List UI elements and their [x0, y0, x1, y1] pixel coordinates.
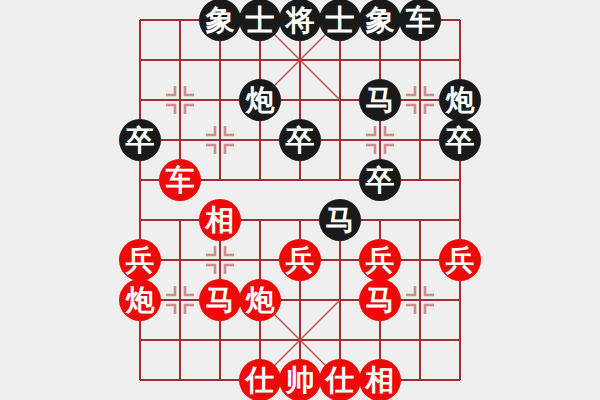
piece-black-cannon[interactable]: 炮	[439, 79, 481, 121]
piece-black-horse[interactable]: 马	[319, 199, 361, 241]
piece-red-advisor[interactable]: 仕	[319, 359, 361, 400]
piece-red-cannon[interactable]: 炮	[239, 279, 281, 321]
piece-black-pawn[interactable]: 卒	[279, 119, 321, 161]
piece-red-pawn[interactable]: 兵	[439, 239, 481, 281]
piece-red-elephant[interactable]: 相	[359, 359, 401, 400]
piece-black-advisor[interactable]: 士	[319, 0, 361, 41]
piece-red-horse[interactable]: 马	[199, 279, 241, 321]
piece-black-pawn[interactable]: 卒	[359, 159, 401, 201]
piece-red-horse[interactable]: 马	[359, 279, 401, 321]
piece-red-pawn[interactable]: 兵	[119, 239, 161, 281]
piece-black-general[interactable]: 将	[279, 0, 321, 41]
pieces-layer: 象士将士象车炮马炮卒卒卒卒马车相兵兵兵兵炮马炮马仕帅仕相	[120, 0, 480, 400]
piece-red-chariot[interactable]: 车	[159, 159, 201, 201]
piece-black-elephant[interactable]: 象	[199, 0, 241, 41]
piece-black-pawn[interactable]: 卒	[119, 119, 161, 161]
piece-black-advisor[interactable]: 士	[239, 0, 281, 41]
piece-red-cannon[interactable]: 炮	[119, 279, 161, 321]
piece-black-horse[interactable]: 马	[359, 79, 401, 121]
piece-red-pawn[interactable]: 兵	[359, 239, 401, 281]
piece-black-cannon[interactable]: 炮	[239, 79, 281, 121]
piece-red-pawn[interactable]: 兵	[279, 239, 321, 281]
xiangqi-board[interactable]: 象士将士象车炮马炮卒卒卒卒马车相兵兵兵兵炮马炮马仕帅仕相	[0, 0, 600, 400]
piece-red-elephant[interactable]: 相	[199, 199, 241, 241]
piece-red-general[interactable]: 帅	[279, 359, 321, 400]
piece-black-pawn[interactable]: 卒	[439, 119, 481, 161]
piece-black-chariot[interactable]: 车	[399, 0, 441, 41]
piece-red-advisor[interactable]: 仕	[239, 359, 281, 400]
piece-black-elephant[interactable]: 象	[359, 0, 401, 41]
